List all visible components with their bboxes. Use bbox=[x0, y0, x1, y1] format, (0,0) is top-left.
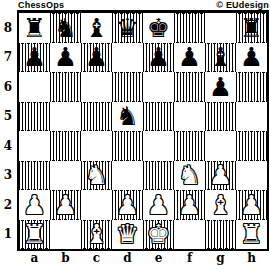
black-pawn: ♟ bbox=[178, 44, 201, 70]
square-g4 bbox=[205, 131, 236, 161]
white-pawn: ♟ bbox=[147, 192, 170, 218]
square-g7: ♝ bbox=[205, 43, 236, 73]
file-label-e: e bbox=[143, 250, 174, 266]
square-f2: ♟ bbox=[174, 190, 205, 220]
square-c1: ♝ bbox=[81, 220, 112, 250]
square-f5 bbox=[174, 102, 205, 132]
square-c3: ♞ bbox=[81, 161, 112, 191]
square-e8: ♚ bbox=[143, 13, 174, 43]
square-a7: ♟ bbox=[19, 43, 50, 73]
rank-label-1: 1 bbox=[0, 220, 16, 250]
black-rook: ♜ bbox=[23, 15, 46, 41]
black-king: ♚ bbox=[147, 15, 170, 41]
black-bishop: ♝ bbox=[85, 15, 108, 41]
white-pawn: ♟ bbox=[209, 162, 232, 188]
square-b1 bbox=[50, 220, 81, 250]
rank-label-7: 7 bbox=[0, 43, 16, 73]
square-b8: ♞ bbox=[50, 13, 81, 43]
square-c2 bbox=[81, 190, 112, 220]
rank-label-2: 2 bbox=[0, 190, 16, 220]
file-label-f: f bbox=[174, 250, 205, 266]
square-d3 bbox=[112, 161, 143, 191]
white-bishop: ♝ bbox=[209, 192, 232, 218]
square-b6 bbox=[50, 72, 81, 102]
file-label-h: h bbox=[236, 250, 267, 266]
black-queen: ♛ bbox=[116, 15, 139, 41]
square-a1: ♜ bbox=[19, 220, 50, 250]
square-c6 bbox=[81, 72, 112, 102]
square-h1: ♜ bbox=[236, 220, 267, 250]
white-rook: ♜ bbox=[240, 221, 263, 247]
square-c7: ♟ bbox=[81, 43, 112, 73]
square-e4 bbox=[143, 131, 174, 161]
file-label-a: a bbox=[19, 250, 50, 266]
square-f3: ♞ bbox=[174, 161, 205, 191]
white-queen: ♛ bbox=[116, 221, 139, 247]
square-g1 bbox=[205, 220, 236, 250]
black-pawn: ♟ bbox=[54, 44, 77, 70]
black-pawn: ♟ bbox=[240, 44, 263, 70]
square-g3: ♟ bbox=[205, 161, 236, 191]
square-a3 bbox=[19, 161, 50, 191]
app-title: ChessOps bbox=[18, 0, 64, 10]
square-f7: ♟ bbox=[174, 43, 205, 73]
copyright-text: © EUdesign bbox=[216, 0, 269, 10]
square-b2: ♟ bbox=[50, 190, 81, 220]
square-e1: ♚ bbox=[143, 220, 174, 250]
square-a2: ♟ bbox=[19, 190, 50, 220]
black-pawn: ♟ bbox=[23, 44, 46, 70]
square-g8 bbox=[205, 13, 236, 43]
black-knight: ♞ bbox=[116, 103, 139, 129]
square-b4 bbox=[50, 131, 81, 161]
square-g5 bbox=[205, 102, 236, 132]
square-g6: ♟ bbox=[205, 72, 236, 102]
square-g2: ♝ bbox=[205, 190, 236, 220]
white-pawn: ♟ bbox=[54, 192, 77, 218]
square-d2: ♟ bbox=[112, 190, 143, 220]
rank-label-4: 4 bbox=[0, 131, 16, 161]
square-h3 bbox=[236, 161, 267, 191]
square-a5 bbox=[19, 102, 50, 132]
file-labels: abcdefgh bbox=[19, 250, 267, 266]
file-label-b: b bbox=[50, 250, 81, 266]
white-pawn: ♟ bbox=[240, 192, 263, 218]
square-a8: ♜ bbox=[19, 13, 50, 43]
square-e3 bbox=[143, 161, 174, 191]
square-c4 bbox=[81, 131, 112, 161]
file-label-d: d bbox=[112, 250, 143, 266]
square-e5 bbox=[143, 102, 174, 132]
white-king: ♚ bbox=[147, 221, 170, 247]
square-h8: ♜ bbox=[236, 13, 267, 43]
rank-labels: 87654321 bbox=[0, 13, 16, 249]
square-d1: ♛ bbox=[112, 220, 143, 250]
square-e6 bbox=[143, 72, 174, 102]
white-rook: ♜ bbox=[23, 221, 46, 247]
rank-label-8: 8 bbox=[0, 13, 16, 43]
black-knight: ♞ bbox=[54, 15, 77, 41]
square-h5 bbox=[236, 102, 267, 132]
black-pawn: ♟ bbox=[209, 74, 232, 100]
square-e2: ♟ bbox=[143, 190, 174, 220]
black-pawn: ♟ bbox=[85, 44, 108, 70]
square-d4 bbox=[112, 131, 143, 161]
square-b7: ♟ bbox=[50, 43, 81, 73]
square-d8: ♛ bbox=[112, 13, 143, 43]
white-pawn: ♟ bbox=[23, 192, 46, 218]
square-f6 bbox=[174, 72, 205, 102]
square-h7: ♟ bbox=[236, 43, 267, 73]
rank-label-6: 6 bbox=[0, 72, 16, 102]
square-f1 bbox=[174, 220, 205, 250]
square-d7 bbox=[112, 43, 143, 73]
square-h4 bbox=[236, 131, 267, 161]
board-grid: ♜♞♝♛♚♜♟♟♟♟♟♝♟♟♞♞♞♟♟♟♟♟♟♝♟♜♝♛♚♜ bbox=[19, 13, 267, 249]
rank-label-3: 3 bbox=[0, 161, 16, 191]
square-d6 bbox=[112, 72, 143, 102]
square-a4 bbox=[19, 131, 50, 161]
square-b5 bbox=[50, 102, 81, 132]
white-bishop: ♝ bbox=[85, 221, 108, 247]
black-pawn: ♟ bbox=[147, 44, 170, 70]
square-e7: ♟ bbox=[143, 43, 174, 73]
square-b3 bbox=[50, 161, 81, 191]
square-f8 bbox=[174, 13, 205, 43]
white-pawn: ♟ bbox=[178, 192, 201, 218]
file-label-g: g bbox=[205, 250, 236, 266]
file-label-c: c bbox=[81, 250, 112, 266]
black-rook: ♜ bbox=[240, 15, 263, 41]
black-bishop: ♝ bbox=[209, 44, 232, 70]
chess-board: ♜♞♝♛♚♜♟♟♟♟♟♝♟♟♞♞♞♟♟♟♟♟♟♝♟♜♝♛♚♜ bbox=[17, 11, 269, 251]
square-d5: ♞ bbox=[112, 102, 143, 132]
square-c5 bbox=[81, 102, 112, 132]
header: ChessOps © EUdesign bbox=[0, 0, 270, 10]
white-knight: ♞ bbox=[85, 162, 108, 188]
rank-label-5: 5 bbox=[0, 102, 16, 132]
square-h2: ♟ bbox=[236, 190, 267, 220]
square-a6 bbox=[19, 72, 50, 102]
square-c8: ♝ bbox=[81, 13, 112, 43]
white-pawn: ♟ bbox=[116, 192, 139, 218]
white-knight: ♞ bbox=[178, 162, 201, 188]
square-f4 bbox=[174, 131, 205, 161]
square-h6 bbox=[236, 72, 267, 102]
